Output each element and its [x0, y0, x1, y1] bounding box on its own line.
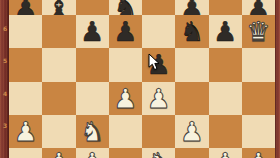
square-d7[interactable]: ♞ [109, 0, 142, 15]
square-g4[interactable] [209, 82, 242, 115]
square-e3[interactable] [142, 115, 175, 148]
rank-label-3: 3 [2, 122, 8, 129]
square-b6[interactable] [42, 15, 75, 48]
square-g2[interactable]: ♟ [209, 148, 242, 158]
chess-board: ♟♝♞♟♟♟♟♞♟♛♟♟♟♟♞♟♟♟♞♟♟ [9, 0, 275, 158]
square-c7[interactable] [76, 0, 109, 15]
square-a4[interactable] [9, 82, 42, 115]
square-c4[interactable] [76, 82, 109, 115]
square-g3[interactable] [209, 115, 242, 148]
square-f2[interactable] [175, 148, 208, 158]
black-pawn[interactable]: ♟ [209, 18, 242, 45]
square-d3[interactable] [109, 115, 142, 148]
square-f7[interactable]: ♟ [175, 0, 208, 15]
square-a5[interactable] [9, 48, 42, 81]
square-e6[interactable] [142, 15, 175, 48]
square-g5[interactable] [209, 48, 242, 81]
square-d5[interactable] [109, 48, 142, 81]
square-h2[interactable]: ♟ [242, 148, 275, 158]
white-knight[interactable]: ♞ [76, 118, 109, 145]
square-b4[interactable] [42, 82, 75, 115]
square-d6[interactable]: ♟ [109, 15, 142, 48]
black-knight[interactable]: ♞ [109, 0, 142, 15]
chess-app-viewport: ♟♝♞♟♟♟♟♞♟♛♟♟♟♟♞♟♟♟♞♟♟ 6543 [0, 0, 280, 158]
black-bishop[interactable]: ♝ [42, 0, 75, 15]
square-e4[interactable]: ♟ [142, 82, 175, 115]
black-pawn[interactable]: ♟ [242, 0, 275, 15]
square-h6[interactable]: ♛ [242, 15, 275, 48]
square-h5[interactable] [242, 48, 275, 81]
square-a2[interactable] [9, 148, 42, 158]
white-pawn[interactable]: ♟ [175, 118, 208, 145]
square-f4[interactable] [175, 82, 208, 115]
white-pawn[interactable]: ♟ [209, 149, 242, 158]
square-f6[interactable]: ♞ [175, 15, 208, 48]
square-b7[interactable]: ♝ [42, 0, 75, 15]
square-h3[interactable] [242, 115, 275, 148]
white-pawn[interactable]: ♟ [42, 149, 75, 158]
black-pawn[interactable]: ♟ [175, 0, 208, 15]
square-e2[interactable]: ♞ [142, 148, 175, 158]
black-pawn[interactable]: ♟ [109, 18, 142, 45]
rank-label-4: 4 [2, 90, 8, 97]
square-h7[interactable]: ♟ [242, 0, 275, 15]
rank-label-5: 5 [2, 57, 8, 64]
square-c6[interactable]: ♟ [76, 15, 109, 48]
square-f3[interactable]: ♟ [175, 115, 208, 148]
square-g6[interactable]: ♟ [209, 15, 242, 48]
square-d2[interactable] [109, 148, 142, 158]
rank-label-6: 6 [2, 25, 8, 32]
white-pawn[interactable]: ♟ [242, 149, 275, 158]
square-a6[interactable] [9, 15, 42, 48]
white-queen[interactable]: ♛ [242, 18, 275, 45]
white-pawn[interactable]: ♟ [109, 85, 142, 112]
mouse-cursor-icon [148, 53, 161, 72]
square-b5[interactable] [42, 48, 75, 81]
black-pawn[interactable]: ♟ [76, 18, 109, 45]
square-e7[interactable] [142, 0, 175, 15]
black-pawn[interactable]: ♟ [9, 0, 42, 15]
white-pawn[interactable]: ♟ [76, 149, 109, 158]
square-b3[interactable] [42, 115, 75, 148]
white-knight[interactable]: ♞ [142, 149, 175, 158]
square-b2[interactable]: ♟ [42, 148, 75, 158]
square-c3[interactable]: ♞ [76, 115, 109, 148]
square-d4[interactable]: ♟ [109, 82, 142, 115]
square-g7[interactable] [209, 0, 242, 15]
white-pawn[interactable]: ♟ [9, 118, 42, 145]
square-h4[interactable] [242, 82, 275, 115]
white-pawn[interactable]: ♟ [142, 85, 175, 112]
square-a3[interactable]: ♟ [9, 115, 42, 148]
square-c2[interactable]: ♟ [76, 148, 109, 158]
square-c5[interactable] [76, 48, 109, 81]
black-knight[interactable]: ♞ [175, 18, 208, 45]
square-f5[interactable] [175, 48, 208, 81]
square-a7[interactable]: ♟ [9, 0, 42, 15]
